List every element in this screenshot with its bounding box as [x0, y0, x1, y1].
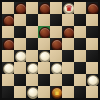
square-c2r0[interactable] — [26, 2, 38, 14]
square-c1r5[interactable] — [14, 62, 26, 74]
square-c4r1[interactable] — [50, 14, 62, 26]
square-c2r4[interactable] — [26, 50, 38, 62]
checkers-board: ♛♛ — [0, 0, 100, 100]
square-c6r5[interactable] — [74, 62, 86, 74]
square-c0r3[interactable] — [2, 38, 14, 50]
square-c3r2-selected[interactable] — [38, 26, 50, 38]
square-c1r3[interactable] — [14, 38, 26, 50]
square-c7r3[interactable] — [86, 38, 98, 50]
square-c5r2[interactable] — [62, 26, 74, 38]
square-c5r6[interactable] — [62, 74, 74, 86]
square-c6r1[interactable] — [74, 14, 86, 26]
king-crown-icon: ♛ — [53, 89, 60, 97]
square-c4r5[interactable] — [50, 62, 62, 74]
square-c4r7[interactable]: ♛ — [50, 86, 62, 98]
square-c3r5[interactable] — [38, 62, 50, 74]
king-crown-icon: ♛ — [65, 5, 72, 13]
square-c3r1[interactable] — [38, 14, 50, 26]
square-c6r3[interactable] — [74, 38, 86, 50]
square-c4r2[interactable] — [50, 26, 62, 38]
square-c7r4[interactable] — [86, 50, 98, 62]
square-c7r0[interactable] — [86, 2, 98, 14]
square-c1r0[interactable] — [14, 2, 26, 14]
square-c6r0[interactable] — [74, 2, 86, 14]
square-c2r2[interactable] — [26, 26, 38, 38]
square-c7r5[interactable] — [86, 62, 98, 74]
square-c4r0[interactable] — [50, 2, 62, 14]
square-c5r7[interactable] — [62, 86, 74, 98]
square-c0r0[interactable] — [2, 2, 14, 14]
square-c2r5[interactable] — [26, 62, 38, 74]
square-c6r2[interactable] — [74, 26, 86, 38]
square-c1r6[interactable] — [14, 74, 26, 86]
square-c0r5[interactable] — [2, 62, 14, 74]
square-c6r7[interactable] — [74, 86, 86, 98]
square-c0r7[interactable] — [2, 86, 14, 98]
square-c6r6[interactable] — [74, 74, 86, 86]
square-c1r2[interactable] — [14, 26, 26, 38]
square-c7r1[interactable] — [86, 14, 98, 26]
square-c6r4[interactable] — [74, 50, 86, 62]
square-c7r2[interactable] — [86, 26, 98, 38]
square-c5r3[interactable] — [62, 38, 74, 50]
square-c1r1[interactable] — [14, 14, 26, 26]
square-c5r5[interactable] — [62, 62, 74, 74]
square-c3r7[interactable] — [38, 86, 50, 98]
square-c3r3[interactable] — [38, 38, 50, 50]
square-c5r0[interactable]: ♛ — [62, 2, 74, 14]
square-c7r6[interactable] — [86, 74, 98, 86]
square-c2r3[interactable] — [26, 38, 38, 50]
square-c1r4[interactable] — [14, 50, 26, 62]
square-c0r1[interactable] — [2, 14, 14, 26]
square-c5r4[interactable] — [62, 50, 74, 62]
square-c2r1[interactable] — [26, 14, 38, 26]
square-c2r6[interactable] — [26, 74, 38, 86]
square-c0r4[interactable] — [2, 50, 14, 62]
square-c3r4[interactable] — [38, 50, 50, 62]
square-c4r3[interactable] — [50, 38, 62, 50]
square-c3r6[interactable] — [38, 74, 50, 86]
square-c5r1[interactable] — [62, 14, 74, 26]
square-c0r2[interactable] — [2, 26, 14, 38]
square-c7r7[interactable] — [86, 86, 98, 98]
square-c4r6[interactable] — [50, 74, 62, 86]
square-c3r0[interactable] — [38, 2, 50, 14]
square-c0r6[interactable] — [2, 74, 14, 86]
square-c4r4[interactable] — [50, 50, 62, 62]
square-c2r7[interactable] — [26, 86, 38, 98]
square-c1r7[interactable] — [14, 86, 26, 98]
